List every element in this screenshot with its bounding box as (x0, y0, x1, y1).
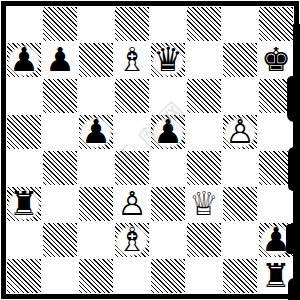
black-queen[interactable]: ♛ (153, 42, 183, 78)
square-g4[interactable] (222, 150, 258, 186)
square-b1[interactable] (42, 258, 78, 294)
white-pawn[interactable]: ♙ (117, 186, 147, 222)
square-d7[interactable]: ♗ (114, 42, 150, 78)
square-a6[interactable] (6, 78, 42, 114)
square-f1[interactable] (186, 258, 222, 294)
square-e1[interactable] (150, 258, 186, 294)
white-pawn[interactable]: ♙ (225, 114, 255, 150)
square-e8[interactable] (150, 6, 186, 42)
square-d1[interactable] (114, 258, 150, 294)
square-a4[interactable] (6, 150, 42, 186)
white-bishop[interactable]: ♗ (117, 42, 147, 78)
square-a7[interactable]: ♟ (6, 42, 42, 78)
square-e3[interactable] (150, 186, 186, 222)
square-f5[interactable] (186, 114, 222, 150)
square-c4[interactable] (78, 150, 114, 186)
square-g3[interactable] (222, 186, 258, 222)
square-e7[interactable]: ♛ (150, 42, 186, 78)
square-d3[interactable]: ♙ (114, 186, 150, 222)
square-g5[interactable]: ♙ (222, 114, 258, 150)
square-e4[interactable] (150, 150, 186, 186)
square-h4[interactable] (258, 150, 294, 186)
square-a2[interactable] (6, 222, 42, 258)
chess-board: ♟♟♗♛♚♟♟♙♜♙♕♗♟♜ (6, 6, 294, 294)
square-b7[interactable]: ♟ (42, 42, 78, 78)
square-g1[interactable] (222, 258, 258, 294)
print-stain (293, 24, 300, 280)
square-c6[interactable] (78, 78, 114, 114)
square-a1[interactable] (6, 258, 42, 294)
square-c7[interactable] (78, 42, 114, 78)
square-f3[interactable]: ♕ (186, 186, 222, 222)
square-b8[interactable] (42, 6, 78, 42)
black-pawn[interactable]: ♟ (81, 114, 111, 150)
square-c5[interactable]: ♟ (78, 114, 114, 150)
square-h2[interactable]: ♟ (258, 222, 294, 258)
square-d5[interactable] (114, 114, 150, 150)
square-a8[interactable] (6, 6, 42, 42)
square-c8[interactable] (78, 6, 114, 42)
chess-diagram: ♟♟♗♛♚♟♟♙♜♙♕♗♟♜ 千库网 (0, 0, 300, 300)
square-f8[interactable] (186, 6, 222, 42)
black-pawn[interactable]: ♟ (45, 42, 75, 78)
square-e5[interactable]: ♟ (150, 114, 186, 150)
square-b6[interactable] (42, 78, 78, 114)
square-f6[interactable] (186, 78, 222, 114)
square-h6[interactable] (258, 78, 294, 114)
square-c3[interactable] (78, 186, 114, 222)
square-f4[interactable] (186, 150, 222, 186)
black-rook[interactable]: ♜ (9, 186, 39, 222)
square-h7[interactable]: ♚ (258, 42, 294, 78)
square-h3[interactable] (258, 186, 294, 222)
square-h8[interactable] (258, 6, 294, 42)
square-d4[interactable] (114, 150, 150, 186)
square-b5[interactable] (42, 114, 78, 150)
square-a3[interactable]: ♜ (6, 186, 42, 222)
square-c2[interactable] (78, 222, 114, 258)
square-d6[interactable] (114, 78, 150, 114)
square-h1[interactable]: ♜ (258, 258, 294, 294)
white-queen[interactable]: ♕ (189, 186, 219, 222)
square-e2[interactable] (150, 222, 186, 258)
square-a5[interactable] (6, 114, 42, 150)
black-pawn[interactable]: ♟ (9, 42, 39, 78)
square-f2[interactable] (186, 222, 222, 258)
square-g8[interactable] (222, 6, 258, 42)
square-g7[interactable] (222, 42, 258, 78)
square-b4[interactable] (42, 150, 78, 186)
black-pawn[interactable]: ♟ (153, 114, 183, 150)
square-e6[interactable] (150, 78, 186, 114)
square-f7[interactable] (186, 42, 222, 78)
square-h5[interactable] (258, 114, 294, 150)
square-b2[interactable] (42, 222, 78, 258)
black-king[interactable]: ♚ (261, 42, 291, 78)
square-c1[interactable] (78, 258, 114, 294)
square-d8[interactable] (114, 6, 150, 42)
black-rook[interactable]: ♜ (261, 258, 291, 294)
white-bishop[interactable]: ♗ (117, 222, 147, 258)
square-g2[interactable] (222, 222, 258, 258)
square-d2[interactable]: ♗ (114, 222, 150, 258)
black-pawn[interactable]: ♟ (261, 222, 291, 258)
square-b3[interactable] (42, 186, 78, 222)
square-g6[interactable] (222, 78, 258, 114)
